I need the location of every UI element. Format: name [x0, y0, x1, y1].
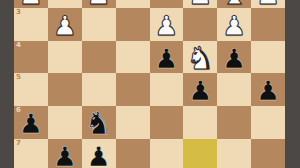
square-d5[interactable]: [150, 73, 184, 106]
chess-board: ♟♟♟♝♟3♟♟♟4♟♞♟5♟♟6♟♞7♟♟: [14, 0, 285, 168]
square-g4[interactable]: [48, 41, 82, 74]
square-h4[interactable]: 4: [14, 41, 48, 74]
square-h5[interactable]: 5: [14, 73, 48, 106]
square-b2[interactable]: ♝: [217, 0, 251, 8]
square-c5[interactable]: ♟: [183, 73, 217, 106]
chess-app-viewport: ♟♟♟♝♟3♟♟♟4♟♞♟5♟♟6♟♞7♟♟: [0, 0, 300, 168]
square-h7[interactable]: 7: [14, 139, 48, 168]
square-d6[interactable]: [150, 106, 184, 139]
square-h6[interactable]: 6♟: [14, 106, 48, 139]
square-h2[interactable]: ♟: [14, 0, 48, 8]
black-pawn-piece[interactable]: ♟: [19, 110, 43, 137]
square-c7[interactable]: [183, 139, 217, 168]
square-f2[interactable]: ♟: [82, 0, 116, 8]
square-f5[interactable]: [82, 73, 116, 106]
left-gutter: [0, 0, 14, 168]
square-g5[interactable]: [48, 73, 82, 106]
square-d2[interactable]: [150, 0, 184, 8]
square-a6[interactable]: [251, 106, 285, 139]
right-gutter: [285, 0, 300, 168]
square-e6[interactable]: [116, 106, 150, 139]
square-g3[interactable]: ♟: [48, 8, 82, 41]
white-pawn-piece[interactable]: ♟: [222, 12, 246, 39]
rank-label-5: 5: [16, 74, 21, 81]
square-b5[interactable]: [217, 73, 251, 106]
square-f6[interactable]: ♞: [82, 106, 116, 139]
black-knight-piece[interactable]: ♞: [85, 108, 113, 139]
square-g2[interactable]: [48, 0, 82, 8]
square-a4[interactable]: [251, 41, 285, 74]
square-f3[interactable]: [82, 8, 116, 41]
black-pawn-piece[interactable]: ♟: [222, 45, 246, 72]
white-knight-piece[interactable]: ♞: [186, 43, 214, 74]
square-d4[interactable]: ♟: [150, 41, 184, 74]
square-c3[interactable]: [183, 8, 217, 41]
square-e5[interactable]: [116, 73, 150, 106]
square-e2[interactable]: [116, 0, 150, 8]
black-pawn-piece[interactable]: ♟: [87, 143, 111, 168]
square-c4[interactable]: ♞: [183, 41, 217, 74]
square-e3[interactable]: [116, 8, 150, 41]
white-pawn-piece[interactable]: ♟: [19, 0, 43, 8]
rank-label-4: 4: [16, 42, 21, 49]
black-pawn-piece[interactable]: ♟: [154, 45, 178, 72]
square-b6[interactable]: [217, 106, 251, 139]
square-f4[interactable]: [82, 41, 116, 74]
square-f7[interactable]: ♟: [82, 139, 116, 168]
rank-label-7: 7: [16, 140, 21, 147]
square-b4[interactable]: ♟: [217, 41, 251, 74]
square-g6[interactable]: [48, 106, 82, 139]
white-pawn-piece[interactable]: ♟: [188, 0, 212, 8]
white-pawn-piece[interactable]: ♟: [87, 0, 111, 8]
square-g7[interactable]: ♟: [48, 139, 82, 168]
square-d7[interactable]: [150, 139, 184, 168]
square-c2[interactable]: ♟: [183, 0, 217, 8]
white-pawn-piece[interactable]: ♟: [154, 12, 178, 39]
white-pawn-piece[interactable]: ♟: [256, 0, 280, 8]
black-pawn-piece[interactable]: ♟: [256, 77, 280, 104]
square-a5[interactable]: ♟: [251, 73, 285, 106]
square-a2[interactable]: ♟: [251, 0, 285, 8]
square-a3[interactable]: [251, 8, 285, 41]
square-e4[interactable]: [116, 41, 150, 74]
square-b3[interactable]: ♟: [217, 8, 251, 41]
square-a7[interactable]: [251, 139, 285, 168]
rank-label-3: 3: [16, 9, 21, 16]
square-b7[interactable]: [217, 139, 251, 168]
white-pawn-piece[interactable]: ♟: [53, 12, 77, 39]
black-pawn-piece[interactable]: ♟: [188, 77, 212, 104]
square-c6[interactable]: [183, 106, 217, 139]
square-e7[interactable]: [116, 139, 150, 168]
square-d3[interactable]: ♟: [150, 8, 184, 41]
black-pawn-piece[interactable]: ♟: [53, 143, 77, 168]
square-h3[interactable]: 3: [14, 8, 48, 41]
